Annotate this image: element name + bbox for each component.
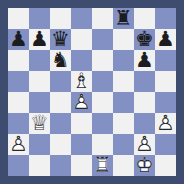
square-a2[interactable]: ♟♙ <box>8 134 29 155</box>
square-e4[interactable] <box>92 92 113 113</box>
square-b2[interactable] <box>29 134 50 155</box>
black-pawn[interactable]: ♟ <box>134 50 155 71</box>
square-c3[interactable] <box>50 113 71 134</box>
piece-glyph-fill: ♚ <box>134 28 155 49</box>
square-e1[interactable]: ♜♖ <box>92 155 113 176</box>
board-grid: ♜♟♟♛♚♟♞♟♝♗♟♙♛♕♟♙♟♙♟♙♜♖♚♔ <box>8 8 176 176</box>
square-e3[interactable] <box>92 113 113 134</box>
piece-glyph-fill: ♟ <box>155 28 176 49</box>
square-a8[interactable] <box>8 8 29 29</box>
white-pawn[interactable]: ♟♙ <box>71 92 92 113</box>
square-a5[interactable] <box>8 71 29 92</box>
square-b5[interactable] <box>29 71 50 92</box>
square-g2[interactable]: ♟♙ <box>134 134 155 155</box>
black-pawn[interactable]: ♟ <box>155 29 176 50</box>
square-a4[interactable] <box>8 92 29 113</box>
square-d2[interactable] <box>71 134 92 155</box>
black-knight[interactable]: ♞ <box>50 50 71 71</box>
piece-glyph-fill: ♜ <box>113 7 134 28</box>
square-d5[interactable]: ♝♗ <box>71 71 92 92</box>
square-h4[interactable] <box>155 92 176 113</box>
black-rook[interactable]: ♜ <box>113 8 134 29</box>
piece-glyph-outline: ♙ <box>155 112 176 133</box>
white-rook[interactable]: ♜♖ <box>92 155 113 176</box>
square-f6[interactable] <box>113 50 134 71</box>
square-h6[interactable] <box>155 50 176 71</box>
square-f1[interactable] <box>113 155 134 176</box>
chess-board: ♜♟♟♛♚♟♞♟♝♗♟♙♛♕♟♙♟♙♟♙♜♖♚♔ <box>0 0 184 184</box>
square-e5[interactable] <box>92 71 113 92</box>
piece-glyph-fill: ♟ <box>29 28 50 49</box>
square-d3[interactable] <box>71 113 92 134</box>
square-d8[interactable] <box>71 8 92 29</box>
square-b3[interactable]: ♛♕ <box>29 113 50 134</box>
black-pawn[interactable]: ♟ <box>8 29 29 50</box>
square-g3[interactable] <box>134 113 155 134</box>
square-h7[interactable]: ♟ <box>155 29 176 50</box>
square-c8[interactable] <box>50 8 71 29</box>
black-queen[interactable]: ♛ <box>50 29 71 50</box>
square-c4[interactable] <box>50 92 71 113</box>
square-h5[interactable] <box>155 71 176 92</box>
square-c6[interactable]: ♞ <box>50 50 71 71</box>
square-d6[interactable] <box>71 50 92 71</box>
piece-glyph-outline: ♖ <box>92 154 113 175</box>
square-f5[interactable] <box>113 71 134 92</box>
piece-glyph-outline: ♗ <box>71 70 92 91</box>
square-g5[interactable] <box>134 71 155 92</box>
square-b7[interactable]: ♟ <box>29 29 50 50</box>
square-c2[interactable] <box>50 134 71 155</box>
square-e2[interactable] <box>92 134 113 155</box>
square-h8[interactable] <box>155 8 176 29</box>
white-bishop[interactable]: ♝♗ <box>71 71 92 92</box>
piece-glyph-outline: ♙ <box>134 133 155 154</box>
white-king[interactable]: ♚♔ <box>134 155 155 176</box>
white-pawn[interactable]: ♟♙ <box>155 113 176 134</box>
square-a1[interactable] <box>8 155 29 176</box>
black-pawn[interactable]: ♟ <box>29 29 50 50</box>
square-c7[interactable]: ♛ <box>50 29 71 50</box>
piece-glyph-fill: ♟ <box>8 28 29 49</box>
square-e7[interactable] <box>92 29 113 50</box>
square-b1[interactable] <box>29 155 50 176</box>
square-a7[interactable]: ♟ <box>8 29 29 50</box>
square-g8[interactable] <box>134 8 155 29</box>
square-d7[interactable] <box>71 29 92 50</box>
square-f2[interactable] <box>113 134 134 155</box>
square-h2[interactable] <box>155 134 176 155</box>
square-h1[interactable] <box>155 155 176 176</box>
white-pawn[interactable]: ♟♙ <box>8 134 29 155</box>
square-g7[interactable]: ♚ <box>134 29 155 50</box>
square-c5[interactable] <box>50 71 71 92</box>
square-a3[interactable] <box>8 113 29 134</box>
square-e8[interactable] <box>92 8 113 29</box>
square-b4[interactable] <box>29 92 50 113</box>
square-b8[interactable] <box>29 8 50 29</box>
white-pawn[interactable]: ♟♙ <box>134 134 155 155</box>
square-a6[interactable] <box>8 50 29 71</box>
square-d1[interactable] <box>71 155 92 176</box>
piece-glyph-outline: ♕ <box>29 112 50 133</box>
square-c1[interactable] <box>50 155 71 176</box>
square-f7[interactable] <box>113 29 134 50</box>
square-g4[interactable] <box>134 92 155 113</box>
square-f3[interactable] <box>113 113 134 134</box>
square-f8[interactable]: ♜ <box>113 8 134 29</box>
black-king[interactable]: ♚ <box>134 29 155 50</box>
piece-glyph-outline: ♙ <box>71 91 92 112</box>
square-h3[interactable]: ♟♙ <box>155 113 176 134</box>
white-queen[interactable]: ♛♕ <box>29 113 50 134</box>
piece-glyph-fill: ♛ <box>50 28 71 49</box>
piece-glyph-outline: ♙ <box>8 133 29 154</box>
piece-glyph-outline: ♔ <box>134 154 155 175</box>
square-e6[interactable] <box>92 50 113 71</box>
square-b6[interactable] <box>29 50 50 71</box>
square-d4[interactable]: ♟♙ <box>71 92 92 113</box>
square-g6[interactable]: ♟ <box>134 50 155 71</box>
square-f4[interactable] <box>113 92 134 113</box>
square-g1[interactable]: ♚♔ <box>134 155 155 176</box>
piece-glyph-fill: ♟ <box>134 49 155 70</box>
piece-glyph-fill: ♞ <box>50 49 71 70</box>
